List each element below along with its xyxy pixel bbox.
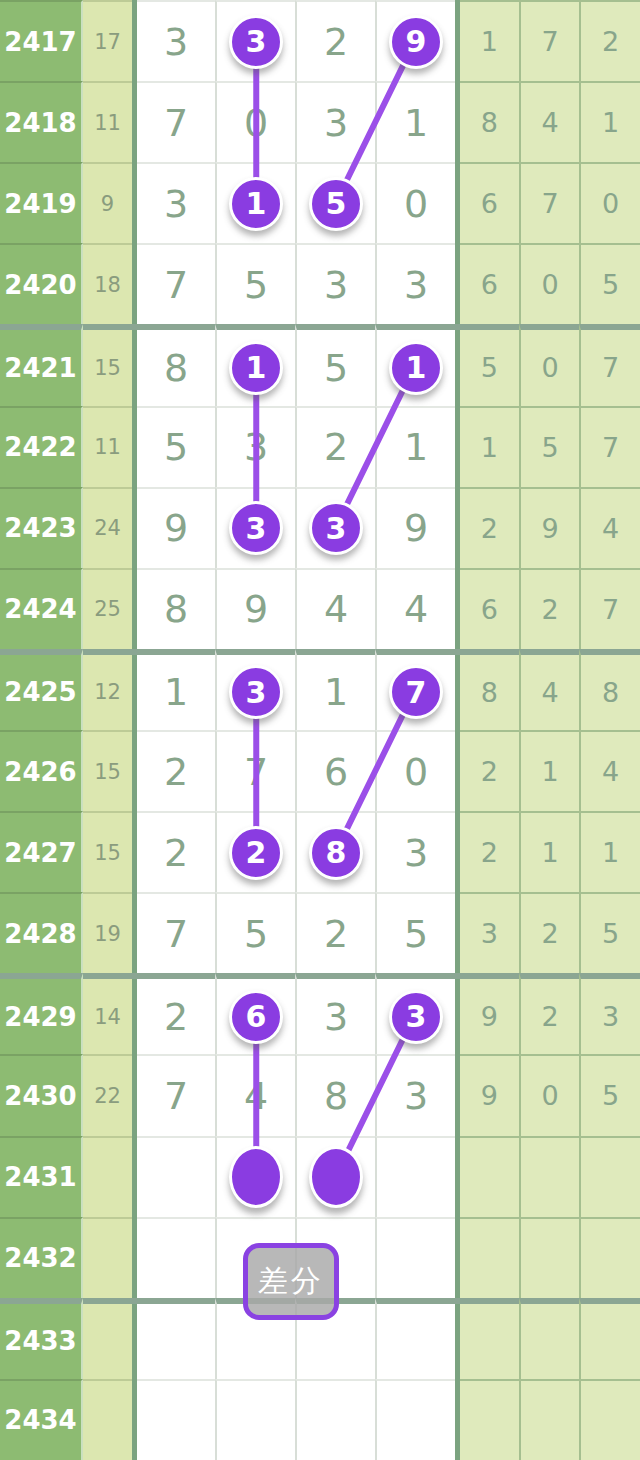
main-cell bbox=[375, 1217, 455, 1298]
period-cell: 2431 bbox=[0, 1136, 83, 1217]
main-cell bbox=[295, 1136, 375, 1217]
table-row: 2425 12 1 3 1 7 8 4 8 bbox=[0, 649, 640, 730]
extra-digit: 2 bbox=[541, 594, 558, 625]
period-cell: 2422 bbox=[0, 406, 83, 487]
extra-digit-columns: 9 0 5 bbox=[460, 1054, 640, 1135]
extra-cell bbox=[460, 1379, 519, 1460]
extra-digit: 7 bbox=[602, 432, 619, 463]
main-cell: 1 bbox=[215, 162, 295, 243]
digit: 6 bbox=[324, 750, 348, 794]
main-cell: 8 bbox=[137, 568, 215, 649]
main-cell: 4 bbox=[215, 1054, 295, 1135]
main-digit-columns: 8 1 5 1 bbox=[137, 324, 455, 405]
main-cell: 8 bbox=[295, 1054, 375, 1135]
extra-digit-columns: 3 2 5 bbox=[460, 892, 640, 973]
sum-cell: 18 bbox=[83, 243, 132, 324]
highlight-circle: 2 bbox=[229, 826, 283, 880]
main-cell: 1 bbox=[375, 324, 455, 405]
extra-digit: 5 bbox=[481, 352, 498, 383]
digit: 3 bbox=[164, 20, 188, 64]
extra-digit: 1 bbox=[541, 756, 558, 787]
extra-digit: 2 bbox=[541, 1001, 558, 1032]
digit: 1 bbox=[404, 101, 428, 145]
extra-cell: 1 bbox=[519, 811, 580, 892]
digit: 9 bbox=[404, 506, 428, 550]
main-cell: 2 bbox=[215, 811, 295, 892]
circled-digit: 3 bbox=[406, 999, 427, 1034]
main-digit-columns: 2 2 8 3 bbox=[137, 811, 455, 892]
extra-digit: 3 bbox=[602, 1001, 619, 1032]
period-label: 2433 bbox=[4, 1326, 76, 1356]
highlight-circle: 3 bbox=[229, 15, 283, 69]
period-label: 2429 bbox=[4, 1002, 76, 1032]
period-label: 2432 bbox=[4, 1243, 76, 1273]
extra-cell: 1 bbox=[579, 81, 640, 162]
period-label: 2422 bbox=[4, 432, 76, 462]
sum-cell: 11 bbox=[83, 81, 132, 162]
main-cell: 3 bbox=[295, 487, 375, 568]
extra-cell bbox=[579, 1379, 640, 1460]
extra-cell bbox=[460, 1298, 519, 1379]
sum-cell: 12 bbox=[83, 649, 132, 730]
sum-cell bbox=[83, 1298, 132, 1379]
extra-digit: 8 bbox=[602, 677, 619, 708]
extra-cell: 8 bbox=[460, 649, 519, 730]
extra-digit: 1 bbox=[541, 837, 558, 868]
extra-digit: 8 bbox=[481, 677, 498, 708]
extra-digit: 1 bbox=[481, 26, 498, 57]
main-digit-columns bbox=[137, 1379, 455, 1460]
sum-label: 17 bbox=[94, 30, 121, 54]
circled-digit: 3 bbox=[326, 511, 347, 546]
highlight-circle: 3 bbox=[309, 501, 363, 555]
extra-cell: 2 bbox=[460, 730, 519, 811]
main-cell: 3 bbox=[137, 0, 215, 81]
main-cell: 7 bbox=[375, 649, 455, 730]
extra-digit: 6 bbox=[481, 188, 498, 219]
sum-cell: 15 bbox=[83, 730, 132, 811]
extra-digit: 7 bbox=[602, 352, 619, 383]
extra-cell: 7 bbox=[519, 0, 580, 81]
main-digit-columns: 7 4 8 3 bbox=[137, 1054, 455, 1135]
main-cell bbox=[137, 1298, 215, 1379]
period-cell: 2421 bbox=[0, 324, 83, 405]
main-cell bbox=[375, 1379, 455, 1460]
extra-digit-columns: 5 0 7 bbox=[460, 324, 640, 405]
sum-cell bbox=[83, 1379, 132, 1460]
extra-cell: 4 bbox=[519, 649, 580, 730]
main-cell bbox=[137, 1136, 215, 1217]
digit: 3 bbox=[244, 425, 268, 469]
digit: 2 bbox=[164, 831, 188, 875]
period-label: 2424 bbox=[4, 594, 76, 624]
sum-label: 15 bbox=[94, 760, 121, 784]
period-cell: 2419 bbox=[0, 162, 83, 243]
main-cell: 8 bbox=[137, 324, 215, 405]
digit: 2 bbox=[164, 995, 188, 1039]
extra-cell bbox=[579, 1298, 640, 1379]
period-cell: 2425 bbox=[0, 649, 83, 730]
period-label: 2421 bbox=[4, 353, 76, 383]
period-label: 2419 bbox=[4, 189, 76, 219]
period-cell: 2426 bbox=[0, 730, 83, 811]
extra-digit: 2 bbox=[481, 837, 498, 868]
main-cell: 3 bbox=[215, 0, 295, 81]
period-cell: 2423 bbox=[0, 487, 83, 568]
circled-digit: 7 bbox=[406, 675, 427, 710]
extra-digit-columns: 2 9 4 bbox=[460, 487, 640, 568]
main-cell: 9 bbox=[375, 487, 455, 568]
extra-digit: 4 bbox=[602, 513, 619, 544]
extra-digit: 9 bbox=[541, 513, 558, 544]
sum-cell bbox=[83, 1217, 132, 1298]
extra-digit: 5 bbox=[541, 432, 558, 463]
main-digit-columns: 7 0 3 1 bbox=[137, 81, 455, 162]
digit: 7 bbox=[164, 1074, 188, 1118]
extra-cell: 4 bbox=[579, 487, 640, 568]
highlight-circle: 9 bbox=[389, 15, 443, 69]
extra-digit: 9 bbox=[481, 1080, 498, 1111]
extra-digit: 1 bbox=[481, 432, 498, 463]
main-cell: 3 bbox=[215, 487, 295, 568]
digit: 1 bbox=[324, 670, 348, 714]
period-cell: 2418 bbox=[0, 81, 83, 162]
digit: 4 bbox=[324, 587, 348, 631]
digit: 3 bbox=[164, 182, 188, 226]
highlight-circle: 3 bbox=[229, 665, 283, 719]
extra-digit: 5 bbox=[602, 1080, 619, 1111]
digit: 0 bbox=[244, 101, 268, 145]
highlight-circle: 1 bbox=[389, 341, 443, 395]
main-cell: 3 bbox=[295, 81, 375, 162]
chafen-button[interactable]: 差分 bbox=[243, 1243, 339, 1320]
circled-digit: 3 bbox=[246, 511, 267, 546]
main-cell: 5 bbox=[295, 162, 375, 243]
digit: 5 bbox=[324, 346, 348, 390]
table-row: 2426 15 2 7 6 0 2 1 4 bbox=[0, 730, 640, 811]
extra-cell: 2 bbox=[519, 568, 580, 649]
extra-digit: 4 bbox=[541, 677, 558, 708]
sum-cell: 15 bbox=[83, 324, 132, 405]
extra-cell: 1 bbox=[460, 406, 519, 487]
main-cell: 2 bbox=[295, 0, 375, 81]
highlight-circle: 5 bbox=[309, 177, 363, 231]
circled-digit: 9 bbox=[406, 24, 427, 59]
digit: 3 bbox=[324, 995, 348, 1039]
main-digit-columns: 2 7 6 0 bbox=[137, 730, 455, 811]
circled-digit: 2 bbox=[246, 835, 267, 870]
main-cell: 2 bbox=[295, 406, 375, 487]
circled-digit: 5 bbox=[326, 186, 347, 221]
main-cell bbox=[215, 1136, 295, 1217]
extra-cell: 3 bbox=[460, 892, 519, 973]
extra-digit-columns: 9 2 3 bbox=[460, 973, 640, 1054]
sum-cell: 25 bbox=[83, 568, 132, 649]
table-row: 2418 11 7 0 3 1 8 4 1 bbox=[0, 81, 640, 162]
period-cell: 2420 bbox=[0, 243, 83, 324]
period-label: 2428 bbox=[4, 919, 76, 949]
extra-digit-columns bbox=[460, 1217, 640, 1298]
main-cell: 5 bbox=[375, 892, 455, 973]
sum-label: 11 bbox=[94, 435, 121, 459]
main-cell: 9 bbox=[137, 487, 215, 568]
main-cell: 1 bbox=[375, 406, 455, 487]
extra-digit: 9 bbox=[481, 1001, 498, 1032]
main-cell: 7 bbox=[215, 730, 295, 811]
extra-cell: 9 bbox=[460, 1054, 519, 1135]
extra-cell: 7 bbox=[579, 568, 640, 649]
table-row: 2429 14 2 6 3 3 9 2 3 bbox=[0, 973, 640, 1054]
main-cell: 3 bbox=[375, 811, 455, 892]
circled-digit: 1 bbox=[246, 350, 267, 385]
extra-cell: 2 bbox=[579, 0, 640, 81]
digit: 9 bbox=[164, 506, 188, 550]
extra-cell: 1 bbox=[519, 730, 580, 811]
extra-digit: 1 bbox=[602, 837, 619, 868]
sum-cell bbox=[83, 1136, 132, 1217]
period-label: 2420 bbox=[4, 270, 76, 300]
sum-label: 19 bbox=[94, 922, 121, 946]
sum-cell: 24 bbox=[83, 487, 132, 568]
table-row: 2431 bbox=[0, 1136, 640, 1217]
sum-cell: 17 bbox=[83, 0, 132, 81]
period-label: 2417 bbox=[4, 27, 76, 57]
extra-digit: 7 bbox=[541, 26, 558, 57]
table-row: 2428 19 7 5 2 5 3 2 5 bbox=[0, 892, 640, 973]
main-cell: 2 bbox=[137, 811, 215, 892]
sum-label: 11 bbox=[94, 111, 121, 135]
main-cell: 1 bbox=[295, 649, 375, 730]
main-cell: 1 bbox=[137, 649, 215, 730]
highlight-circle: 8 bbox=[309, 826, 363, 880]
table-row: 2424 25 8 9 4 4 6 2 7 bbox=[0, 568, 640, 649]
main-cell: 7 bbox=[137, 1054, 215, 1135]
digit: 5 bbox=[404, 912, 428, 956]
circled-digit: 8 bbox=[326, 835, 347, 870]
main-digit-columns: 2 6 3 3 bbox=[137, 973, 455, 1054]
extra-cell: 8 bbox=[460, 81, 519, 162]
period-label: 2426 bbox=[4, 757, 76, 787]
digit: 2 bbox=[324, 912, 348, 956]
main-cell: 5 bbox=[215, 892, 295, 973]
table-row: 2434 bbox=[0, 1379, 640, 1460]
digit: 3 bbox=[404, 1074, 428, 1118]
main-cell: 3 bbox=[375, 973, 455, 1054]
extra-cell: 0 bbox=[579, 162, 640, 243]
digit: 2 bbox=[324, 20, 348, 64]
extra-cell: 5 bbox=[519, 406, 580, 487]
main-digit-columns: 3 1 5 0 bbox=[137, 162, 455, 243]
extra-digit-columns: 6 2 7 bbox=[460, 568, 640, 649]
sum-label: 15 bbox=[94, 841, 121, 865]
main-digit-columns: 3 3 2 9 bbox=[137, 0, 455, 81]
digit: 5 bbox=[164, 425, 188, 469]
trend-chart-board: 2417 17 3 3 2 9 1 7 2 2418 11 7 0 3 1 8 … bbox=[0, 0, 640, 1460]
period-label: 2431 bbox=[4, 1162, 76, 1192]
main-cell: 3 bbox=[215, 406, 295, 487]
extra-digit-columns: 8 4 1 bbox=[460, 81, 640, 162]
main-digit-columns: 9 3 3 9 bbox=[137, 487, 455, 568]
period-label: 2418 bbox=[4, 108, 76, 138]
extra-cell: 9 bbox=[519, 487, 580, 568]
period-cell: 2428 bbox=[0, 892, 83, 973]
extra-cell: 8 bbox=[579, 649, 640, 730]
extra-digit-columns: 1 7 2 bbox=[460, 0, 640, 81]
extra-digit-columns: 8 4 8 bbox=[460, 649, 640, 730]
extra-digit-columns bbox=[460, 1136, 640, 1217]
highlight-circle: 3 bbox=[389, 990, 443, 1044]
table-row: 2423 24 9 3 3 9 2 9 4 bbox=[0, 487, 640, 568]
extra-cell bbox=[579, 1217, 640, 1298]
highlight-circle: 7 bbox=[389, 665, 443, 719]
main-cell: 1 bbox=[375, 81, 455, 162]
sum-cell: 22 bbox=[83, 1054, 132, 1135]
extra-cell: 0 bbox=[519, 243, 580, 324]
digit: 3 bbox=[404, 263, 428, 307]
extra-digit: 1 bbox=[602, 107, 619, 138]
extra-cell: 7 bbox=[519, 162, 580, 243]
extra-digit: 0 bbox=[541, 352, 558, 383]
sum-cell: 11 bbox=[83, 406, 132, 487]
digit: 5 bbox=[244, 912, 268, 956]
period-cell: 2429 bbox=[0, 973, 83, 1054]
extra-cell: 5 bbox=[579, 1054, 640, 1135]
sum-label: 24 bbox=[94, 516, 121, 540]
sum-label: 15 bbox=[94, 356, 121, 380]
extra-digit-columns: 6 7 0 bbox=[460, 162, 640, 243]
main-cell: 1 bbox=[215, 324, 295, 405]
extra-digit: 0 bbox=[541, 1080, 558, 1111]
main-digit-columns: 7 5 3 3 bbox=[137, 243, 455, 324]
table-row: 2430 22 7 4 8 3 9 0 5 bbox=[0, 1054, 640, 1135]
highlight-circle: 1 bbox=[229, 341, 283, 395]
extra-cell: 4 bbox=[579, 730, 640, 811]
main-cell: 0 bbox=[375, 730, 455, 811]
extra-cell: 7 bbox=[579, 406, 640, 487]
main-digit-columns: 1 3 1 7 bbox=[137, 649, 455, 730]
circled-digit: 1 bbox=[246, 186, 267, 221]
extra-cell bbox=[460, 1136, 519, 1217]
extra-digit: 0 bbox=[602, 188, 619, 219]
main-cell bbox=[295, 1379, 375, 1460]
extra-digit: 0 bbox=[541, 269, 558, 300]
main-cell bbox=[215, 1379, 295, 1460]
period-label: 2427 bbox=[4, 838, 76, 868]
sum-cell: 19 bbox=[83, 892, 132, 973]
table-row: 2427 15 2 2 8 3 2 1 1 bbox=[0, 811, 640, 892]
period-cell: 2427 bbox=[0, 811, 83, 892]
main-cell: 9 bbox=[215, 568, 295, 649]
table-row: 2417 17 3 3 2 9 1 7 2 bbox=[0, 0, 640, 81]
extra-cell: 2 bbox=[519, 892, 580, 973]
extra-cell bbox=[519, 1136, 580, 1217]
main-cell: 7 bbox=[137, 243, 215, 324]
digit: 7 bbox=[164, 101, 188, 145]
selection-dot[interactable] bbox=[229, 1146, 283, 1208]
main-digit-columns bbox=[137, 1136, 455, 1217]
main-cell: 5 bbox=[295, 324, 375, 405]
digit: 2 bbox=[164, 750, 188, 794]
extra-cell: 5 bbox=[579, 243, 640, 324]
extra-digit-columns bbox=[460, 1298, 640, 1379]
extra-digit: 4 bbox=[602, 756, 619, 787]
digit: 1 bbox=[164, 670, 188, 714]
period-cell: 2432 bbox=[0, 1217, 83, 1298]
extra-cell: 5 bbox=[460, 324, 519, 405]
main-cell bbox=[137, 1379, 215, 1460]
extra-cell: 6 bbox=[460, 243, 519, 324]
main-digit-columns: 7 5 2 5 bbox=[137, 892, 455, 973]
extra-cell: 1 bbox=[579, 811, 640, 892]
extra-digit: 7 bbox=[541, 188, 558, 219]
period-cell: 2417 bbox=[0, 0, 83, 81]
extra-digit-columns: 6 0 5 bbox=[460, 243, 640, 324]
extra-digit: 2 bbox=[541, 918, 558, 949]
highlight-circle: 3 bbox=[229, 501, 283, 555]
period-label: 2425 bbox=[4, 677, 76, 707]
period-label: 2430 bbox=[4, 1081, 76, 1111]
main-cell: 7 bbox=[137, 81, 215, 162]
main-cell: 2 bbox=[137, 730, 215, 811]
sum-label: 12 bbox=[94, 680, 121, 704]
extra-cell bbox=[519, 1217, 580, 1298]
selection-dot[interactable] bbox=[309, 1146, 363, 1208]
extra-digit-columns: 1 5 7 bbox=[460, 406, 640, 487]
main-cell: 3 bbox=[137, 162, 215, 243]
sum-label: 25 bbox=[94, 597, 121, 621]
extra-cell: 0 bbox=[519, 1054, 580, 1135]
extra-digit: 5 bbox=[602, 918, 619, 949]
main-cell: 2 bbox=[137, 973, 215, 1054]
digit: 0 bbox=[404, 750, 428, 794]
extra-digit: 5 bbox=[602, 269, 619, 300]
main-cell: 3 bbox=[295, 973, 375, 1054]
period-cell: 2434 bbox=[0, 1379, 83, 1460]
period-cell: 2430 bbox=[0, 1054, 83, 1135]
digit: 3 bbox=[404, 831, 428, 875]
extra-digit: 7 bbox=[602, 594, 619, 625]
period-cell: 2424 bbox=[0, 568, 83, 649]
extra-cell: 3 bbox=[579, 973, 640, 1054]
extra-cell: 6 bbox=[460, 162, 519, 243]
main-cell: 3 bbox=[375, 243, 455, 324]
sum-cell: 14 bbox=[83, 973, 132, 1054]
extra-digit: 2 bbox=[481, 756, 498, 787]
digit: 4 bbox=[404, 587, 428, 631]
circled-digit: 6 bbox=[246, 999, 267, 1034]
extra-cell: 2 bbox=[460, 487, 519, 568]
sum-label: 9 bbox=[101, 192, 114, 216]
extra-digit: 3 bbox=[481, 918, 498, 949]
extra-cell: 2 bbox=[519, 973, 580, 1054]
sum-label: 18 bbox=[94, 273, 121, 297]
main-cell: 3 bbox=[295, 243, 375, 324]
period-label: 2423 bbox=[4, 513, 76, 543]
extra-digit: 6 bbox=[481, 269, 498, 300]
table-row: 2419 9 3 1 5 0 6 7 0 bbox=[0, 162, 640, 243]
extra-digit-columns: 2 1 4 bbox=[460, 730, 640, 811]
period-cell: 2433 bbox=[0, 1298, 83, 1379]
main-cell: 6 bbox=[215, 973, 295, 1054]
extra-digit: 6 bbox=[481, 594, 498, 625]
main-digit-columns: 8 9 4 4 bbox=[137, 568, 455, 649]
digit: 3 bbox=[324, 101, 348, 145]
extra-digit: 2 bbox=[481, 513, 498, 544]
extra-cell bbox=[460, 1217, 519, 1298]
extra-cell: 2 bbox=[460, 811, 519, 892]
circled-digit: 3 bbox=[246, 24, 267, 59]
digit: 7 bbox=[164, 912, 188, 956]
